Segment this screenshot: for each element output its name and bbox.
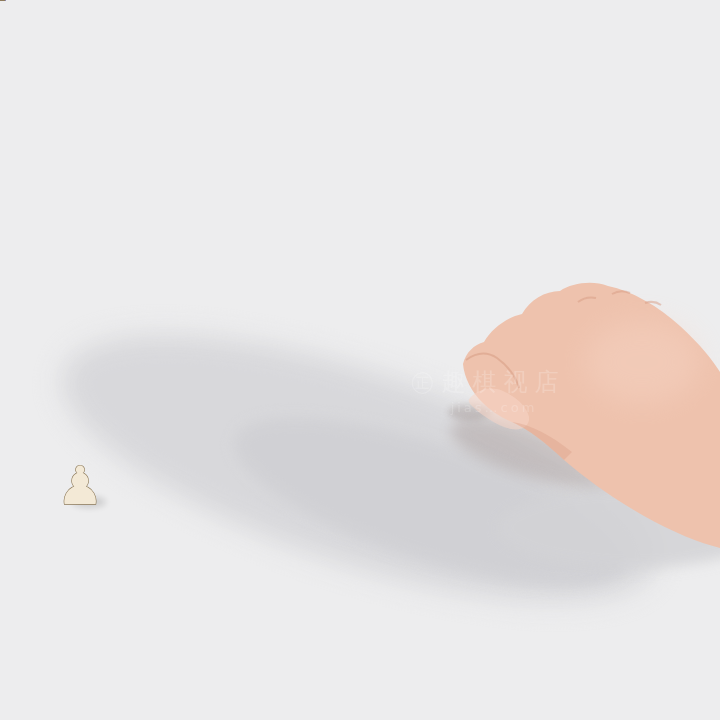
watermark-line1: ㊣趣棋视店 (411, 368, 566, 396)
white-rook-h1: ♜ (0, 0, 7, 4)
white-pawn-spare: ♟ (56, 455, 103, 516)
watermark-line2: jias…com (450, 400, 538, 415)
hand-highlight (584, 320, 700, 404)
scene: AA88BB77CC66DD55EE44FF33GG22HH11♜♞♝♛♚♝♞♜… (0, 0, 720, 720)
product-photo: AA88BB77CC66DD55EE44FF33GG22HH11♜♞♝♛♚♝♞♜… (0, 0, 720, 720)
